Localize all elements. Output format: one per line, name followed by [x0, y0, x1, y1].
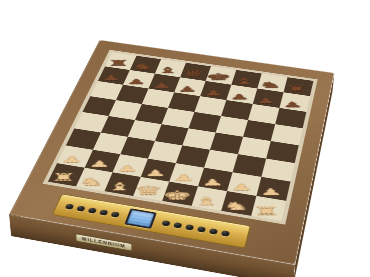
- square-h1[interactable]: ♜: [251, 196, 286, 221]
- panel-button-6[interactable]: [162, 220, 171, 226]
- square-d2[interactable]: ♟: [141, 159, 176, 182]
- square-g1[interactable]: ♞: [221, 191, 256, 216]
- scene: ♜♞♝♛♚♝♞♜♟♟♟♟♟♟♟♟♟♟♟♟♟♟♟♟♜♞♝♛♚♝♞♜ MILLENN…: [0, 0, 370, 277]
- square-d4[interactable]: [155, 124, 189, 145]
- square-g4[interactable]: [238, 137, 271, 159]
- product-photo: ♜♞♝♛♚♝♞♜♟♟♟♟♟♟♟♟♟♟♟♟♟♟♟♟♜♞♝♛♚♝♞♜ MILLENN…: [0, 0, 370, 277]
- piece-white-knight[interactable]: ♞: [72, 176, 111, 187]
- button-group-left: [65, 203, 120, 217]
- square-h5[interactable]: [271, 124, 303, 145]
- panel-button-4[interactable]: [99, 209, 108, 215]
- piece-white-pawn[interactable]: ♟: [222, 183, 261, 193]
- square-c1[interactable]: ♝: [104, 172, 140, 196]
- square-b1[interactable]: ♞: [76, 168, 113, 191]
- lcd-screen: [127, 210, 154, 227]
- piece-white-queen[interactable]: ♛: [129, 184, 167, 197]
- square-e1[interactable]: ♚: [162, 182, 198, 206]
- square-f2[interactable]: ♟: [198, 168, 233, 191]
- piece-white-bishop[interactable]: ♝: [100, 181, 138, 192]
- square-h3[interactable]: [261, 159, 294, 182]
- square-e2[interactable]: ♟: [169, 163, 204, 186]
- piece-black-rook[interactable]: ♜: [279, 84, 314, 93]
- square-f3[interactable]: [204, 150, 238, 173]
- piece-white-knight[interactable]: ♞: [216, 200, 256, 212]
- lcd-display: [124, 208, 157, 229]
- square-b3[interactable]: [93, 133, 128, 155]
- piece-white-pawn[interactable]: ♟: [165, 173, 203, 182]
- square-b2[interactable]: ♟: [85, 150, 121, 173]
- square-d3[interactable]: [148, 141, 182, 163]
- piece-white-pawn[interactable]: ♟: [251, 187, 290, 197]
- square-a2[interactable]: ♟: [57, 145, 93, 167]
- square-e3[interactable]: [176, 145, 210, 167]
- square-d1[interactable]: ♛: [133, 177, 169, 201]
- square-g2[interactable]: ♟: [227, 172, 261, 196]
- chess-computer: ♜♞♝♛♚♝♞♜♟♟♟♟♟♟♟♟♟♟♟♟♟♟♟♟♜♞♝♛♚♝♞♜ MILLENN…: [9, 40, 334, 265]
- panel-button-7[interactable]: [173, 222, 182, 228]
- square-h2[interactable]: ♟: [256, 177, 290, 201]
- panel-button-2[interactable]: [76, 205, 85, 211]
- square-f1[interactable]: ♝: [192, 186, 227, 210]
- board: ♜♞♝♛♚♝♞♜♟♟♟♟♟♟♟♟♟♟♟♟♟♟♟♟♜♞♝♛♚♝♞♜: [43, 50, 318, 225]
- panel-button-1[interactable]: [65, 203, 75, 209]
- piece-white-rook[interactable]: ♜: [246, 205, 286, 217]
- square-e4[interactable]: [182, 128, 215, 149]
- piece-white-pawn[interactable]: ♟: [81, 160, 119, 169]
- panel-button-5[interactable]: [111, 211, 120, 217]
- square-a1[interactable]: ♜: [48, 163, 85, 186]
- panel-button-3[interactable]: [88, 207, 97, 213]
- panel-button-10[interactable]: [209, 228, 218, 235]
- panel-button-11[interactable]: [221, 230, 230, 237]
- piece-white-pawn[interactable]: ♟: [137, 169, 175, 178]
- piece-black-pawn[interactable]: ♟: [275, 101, 311, 109]
- panel-button-9[interactable]: [197, 226, 206, 233]
- square-g3[interactable]: [233, 154, 267, 177]
- square-c3[interactable]: [120, 137, 155, 159]
- piece-white-king[interactable]: ♚: [158, 189, 197, 202]
- brand-plaque: MILLENNIUM: [76, 233, 133, 251]
- square-h4[interactable]: [266, 141, 299, 163]
- piece-white-rook[interactable]: ♜: [44, 172, 83, 183]
- square-f4[interactable]: [210, 133, 243, 155]
- piece-white-bishop[interactable]: ♝: [187, 195, 226, 206]
- piece-white-pawn[interactable]: ♟: [193, 178, 231, 187]
- square-c2[interactable]: ♟: [113, 154, 148, 177]
- square-a3[interactable]: [66, 128, 101, 149]
- panel-button-8[interactable]: [185, 224, 194, 230]
- piece-white-pawn[interactable]: ♟: [53, 155, 91, 164]
- piece-white-pawn[interactable]: ♟: [108, 164, 146, 173]
- button-group-right: [162, 220, 231, 237]
